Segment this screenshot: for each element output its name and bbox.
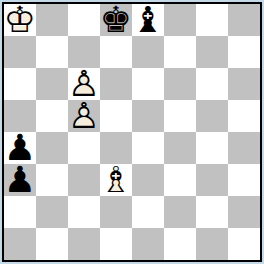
piece-white-king: ♚♔ — [4, 4, 36, 36]
square-b1[interactable] — [36, 228, 68, 260]
square-d4[interactable] — [100, 132, 132, 164]
square-f6[interactable] — [164, 68, 196, 100]
square-h1[interactable] — [228, 228, 260, 260]
square-g3[interactable] — [196, 164, 228, 196]
square-h7[interactable] — [228, 36, 260, 68]
black-pawn-icon: ♟ — [4, 132, 36, 164]
square-g5[interactable] — [196, 100, 228, 132]
square-b3[interactable] — [36, 164, 68, 196]
square-b7[interactable] — [36, 36, 68, 68]
square-d5[interactable] — [100, 100, 132, 132]
square-e6[interactable] — [132, 68, 164, 100]
piece-black-king: ♚ — [100, 4, 132, 36]
square-e5[interactable] — [132, 100, 164, 132]
square-e8[interactable]: ♝ — [132, 4, 164, 36]
square-b5[interactable] — [36, 100, 68, 132]
pawn-fill-glyph: ♟ — [68, 68, 100, 100]
square-h6[interactable] — [228, 68, 260, 100]
square-f8[interactable] — [164, 4, 196, 36]
square-h2[interactable] — [228, 196, 260, 228]
square-a1[interactable] — [4, 228, 36, 260]
piece-black-bishop: ♝ — [132, 4, 164, 36]
board-inner-frame: ♚♔♚♝♟♙♟♙♟♟♝♗ — [2, 2, 262, 262]
square-h5[interactable] — [228, 100, 260, 132]
white-pawn-icon: ♙ — [68, 100, 100, 132]
square-a4[interactable]: ♟ — [4, 132, 36, 164]
piece-white-pawn: ♟♙ — [68, 68, 100, 100]
square-f2[interactable] — [164, 196, 196, 228]
square-c4[interactable] — [68, 132, 100, 164]
square-b6[interactable] — [36, 68, 68, 100]
white-bishop-icon: ♗ — [100, 164, 132, 196]
white-king-icon: ♔ — [4, 4, 36, 36]
square-e2[interactable] — [132, 196, 164, 228]
square-c6[interactable]: ♟♙ — [68, 68, 100, 100]
square-d2[interactable] — [100, 196, 132, 228]
square-g8[interactable] — [196, 4, 228, 36]
square-g1[interactable] — [196, 228, 228, 260]
square-e1[interactable] — [132, 228, 164, 260]
king-fill-glyph: ♚ — [4, 4, 36, 36]
square-f4[interactable] — [164, 132, 196, 164]
square-h3[interactable] — [228, 164, 260, 196]
square-h8[interactable] — [228, 4, 260, 36]
square-g7[interactable] — [196, 36, 228, 68]
black-bishop-icon: ♝ — [132, 4, 164, 36]
square-d1[interactable] — [100, 228, 132, 260]
square-b8[interactable] — [36, 4, 68, 36]
square-c2[interactable] — [68, 196, 100, 228]
square-c8[interactable] — [68, 4, 100, 36]
square-b4[interactable] — [36, 132, 68, 164]
square-d3[interactable]: ♝♗ — [100, 164, 132, 196]
square-e7[interactable] — [132, 36, 164, 68]
square-a8[interactable]: ♚♔ — [4, 4, 36, 36]
bishop-fill-glyph: ♝ — [100, 164, 132, 196]
black-king-icon: ♚ — [100, 4, 132, 36]
square-g2[interactable] — [196, 196, 228, 228]
square-g4[interactable] — [196, 132, 228, 164]
square-d8[interactable]: ♚ — [100, 4, 132, 36]
square-e4[interactable] — [132, 132, 164, 164]
square-e3[interactable] — [132, 164, 164, 196]
square-a7[interactable] — [4, 36, 36, 68]
square-c5[interactable]: ♟♙ — [68, 100, 100, 132]
square-d7[interactable] — [100, 36, 132, 68]
piece-black-pawn: ♟ — [4, 164, 36, 196]
square-a6[interactable] — [4, 68, 36, 100]
board-outer-frame: ♚♔♚♝♟♙♟♙♟♟♝♗ — [0, 0, 264, 264]
square-c1[interactable] — [68, 228, 100, 260]
piece-white-pawn: ♟♙ — [68, 100, 100, 132]
square-f1[interactable] — [164, 228, 196, 260]
square-d6[interactable] — [100, 68, 132, 100]
piece-white-bishop: ♝♗ — [100, 164, 132, 196]
piece-black-pawn: ♟ — [4, 132, 36, 164]
chess-board: ♚♔♚♝♟♙♟♙♟♟♝♗ — [4, 4, 260, 260]
square-f3[interactable] — [164, 164, 196, 196]
square-g6[interactable] — [196, 68, 228, 100]
square-h4[interactable] — [228, 132, 260, 164]
square-a5[interactable] — [4, 100, 36, 132]
square-b2[interactable] — [36, 196, 68, 228]
square-c3[interactable] — [68, 164, 100, 196]
pawn-fill-glyph: ♟ — [68, 100, 100, 132]
square-c7[interactable] — [68, 36, 100, 68]
square-f5[interactable] — [164, 100, 196, 132]
square-f7[interactable] — [164, 36, 196, 68]
square-a2[interactable] — [4, 196, 36, 228]
black-pawn-icon: ♟ — [4, 164, 36, 196]
square-a3[interactable]: ♟ — [4, 164, 36, 196]
white-pawn-icon: ♙ — [68, 68, 100, 100]
